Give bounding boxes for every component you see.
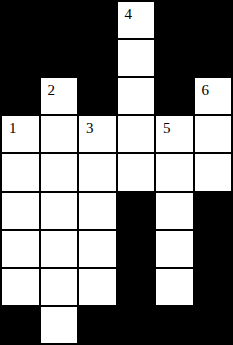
white-cell-r5c1[interactable]: [2, 154, 39, 190]
black-cell-r7c4: [118, 231, 155, 267]
white-cell-r5c4[interactable]: [118, 154, 155, 190]
black-cell-r1c3: [79, 2, 116, 38]
white-cell-r6c1[interactable]: [2, 193, 39, 229]
black-cell-r7c6: [195, 231, 232, 267]
black-cell-r8c6: [195, 269, 232, 305]
black-cell-r2c2: [41, 40, 78, 76]
white-cell-r6c2[interactable]: [41, 193, 78, 229]
white-cell-r5c6[interactable]: [195, 154, 232, 190]
white-cell-r1c4[interactable]: 4: [118, 2, 155, 38]
white-cell-r7c5[interactable]: [156, 231, 193, 267]
white-cell-r6c5[interactable]: [156, 193, 193, 229]
black-cell-r2c1: [2, 40, 39, 76]
black-cell-r1c6: [195, 2, 232, 38]
black-cell-r9c5: [156, 307, 193, 343]
clue-number-5: 5: [163, 121, 171, 136]
clue-number-2: 2: [48, 83, 56, 98]
clue-number-3: 3: [86, 121, 94, 136]
white-cell-r7c3[interactable]: [79, 231, 116, 267]
clue-number-4: 4: [125, 7, 133, 22]
white-cell-r4c4[interactable]: [118, 116, 155, 152]
black-cell-r9c1: [2, 307, 39, 343]
black-cell-r1c1: [2, 2, 39, 38]
white-cell-r8c5[interactable]: [156, 269, 193, 305]
black-cell-r3c3: [79, 78, 116, 114]
black-cell-r1c2: [41, 2, 78, 38]
clue-number-1: 1: [9, 121, 17, 136]
white-cell-r9c2[interactable]: [41, 307, 78, 343]
black-cell-r9c3: [79, 307, 116, 343]
white-cell-r8c2[interactable]: [41, 269, 78, 305]
clue-number-6: 6: [202, 83, 210, 98]
black-cell-r2c6: [195, 40, 232, 76]
white-cell-r2c4[interactable]: [118, 40, 155, 76]
white-cell-r7c1[interactable]: [2, 231, 39, 267]
white-cell-r4c3[interactable]: 3: [79, 116, 116, 152]
black-cell-r8c4: [118, 269, 155, 305]
white-cell-r4c1[interactable]: 1: [2, 116, 39, 152]
white-cell-r3c4[interactable]: [118, 78, 155, 114]
black-cell-r2c5: [156, 40, 193, 76]
white-cell-r4c5[interactable]: 5: [156, 116, 193, 152]
white-cell-r6c3[interactable]: [79, 193, 116, 229]
white-cell-r5c5[interactable]: [156, 154, 193, 190]
black-cell-r6c4: [118, 193, 155, 229]
black-cell-r1c5: [156, 2, 193, 38]
white-cell-r3c6[interactable]: 6: [195, 78, 232, 114]
white-cell-r7c2[interactable]: [41, 231, 78, 267]
white-cell-r8c3[interactable]: [79, 269, 116, 305]
white-cell-r4c6[interactable]: [195, 116, 232, 152]
crossword-board: 426135: [0, 0, 233, 345]
white-cell-r8c1[interactable]: [2, 269, 39, 305]
white-cell-r4c2[interactable]: [41, 116, 78, 152]
black-cell-r2c3: [79, 40, 116, 76]
white-cell-r3c2[interactable]: 2: [41, 78, 78, 114]
white-cell-r5c3[interactable]: [79, 154, 116, 190]
black-cell-r3c5: [156, 78, 193, 114]
black-cell-r9c4: [118, 307, 155, 343]
white-cell-r5c2[interactable]: [41, 154, 78, 190]
black-cell-r9c6: [195, 307, 232, 343]
black-cell-r6c6: [195, 193, 232, 229]
black-cell-r3c1: [2, 78, 39, 114]
